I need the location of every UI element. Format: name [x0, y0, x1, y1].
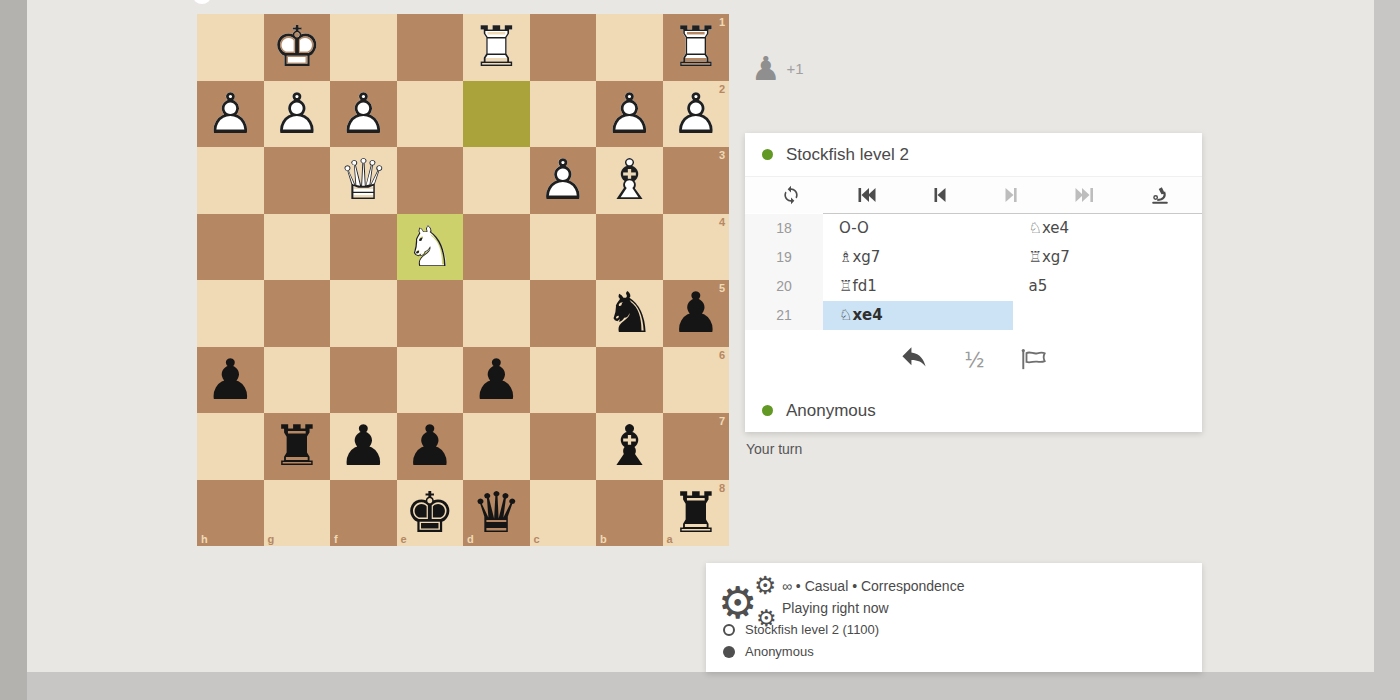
square-g2[interactable]: ♟♙	[264, 81, 331, 148]
move-row-21: 21♘xe4	[745, 301, 1202, 330]
page-margin-right	[1374, 0, 1400, 672]
turn-status: Your turn	[746, 441, 802, 457]
square-e3[interactable]	[397, 147, 464, 214]
material-advantage: ♟ +1	[751, 52, 804, 85]
page-margin-left	[0, 0, 27, 700]
white-color-icon	[723, 624, 735, 636]
piece-black-knight[interactable]: ♞	[596, 280, 663, 347]
square-e5[interactable]	[397, 280, 464, 347]
square-h1[interactable]	[197, 14, 264, 81]
piece-white-pawn[interactable]: ♟♙	[264, 81, 331, 148]
chess-game-page: ♚♔♜♖♜♖1♟♙♟♙♟♙♟♙♟♙2♛♕♟♙♝♗3♞♘4♞♟5♟♟6♜♟♟♝7h…	[0, 0, 1400, 700]
square-a5[interactable]: ♟5	[663, 280, 730, 347]
last-move-icon	[1074, 187, 1094, 203]
move-row-19: 19♗xg7♖xg7	[745, 243, 1202, 272]
opponent-row: Stockfish level 2	[745, 133, 1202, 176]
captured-pawn-icon: ♟	[751, 52, 781, 85]
square-f5[interactable]	[330, 280, 397, 347]
piece-black-rook[interactable]: ♜	[264, 413, 331, 480]
file-label-g: g	[268, 533, 275, 545]
move-number: 18	[745, 214, 823, 243]
square-d2[interactable]	[463, 81, 530, 148]
square-d7[interactable]	[463, 413, 530, 480]
rank-label-6: 6	[719, 349, 725, 361]
move-number: 19	[745, 243, 823, 272]
square-d4[interactable]	[463, 214, 530, 281]
rank-label-3: 3	[719, 149, 725, 161]
move-number: 20	[745, 272, 823, 301]
square-b3[interactable]: ♝♗	[596, 147, 663, 214]
resign-flag-icon	[1019, 347, 1049, 372]
file-label-c: c	[534, 533, 540, 545]
piece-black-pawn[interactable]: ♟	[330, 413, 397, 480]
microscope-icon	[1150, 185, 1170, 205]
next-move-button[interactable]	[1000, 185, 1022, 205]
square-a4[interactable]: 4	[663, 214, 730, 281]
square-h8[interactable]: h	[197, 480, 264, 547]
file-label-b: b	[600, 533, 607, 545]
square-d6[interactable]: ♟	[463, 347, 530, 414]
square-h4[interactable]	[197, 214, 264, 281]
previous-move-button[interactable]	[929, 185, 951, 205]
square-c4[interactable]	[530, 214, 597, 281]
game-info-card: ⚙ ⚙ ⚙ ∞ • Casual • Correspondence Playin…	[706, 563, 1202, 672]
piece-black-pawn[interactable]: ♟	[463, 347, 530, 414]
square-e2[interactable]	[397, 81, 464, 148]
square-a2[interactable]: ♟♙2	[663, 81, 730, 148]
piece-black-pawn[interactable]: ♟	[397, 413, 464, 480]
black-player-line: Anonymous	[723, 644, 814, 659]
square-b7[interactable]: ♝	[596, 413, 663, 480]
white-player-line: Stockfish level 2 (1100)	[723, 622, 879, 637]
replay-toolbar	[745, 176, 1202, 213]
square-h3[interactable]	[197, 147, 264, 214]
square-c8[interactable]: c	[530, 480, 597, 547]
square-f8[interactable]: f	[330, 480, 397, 547]
piece-white-king[interactable]: ♚♔	[264, 14, 331, 81]
square-c1[interactable]	[530, 14, 597, 81]
square-f1[interactable]	[330, 14, 397, 81]
piece-black-pawn[interactable]: ♟	[197, 347, 264, 414]
square-h2[interactable]: ♟♙	[197, 81, 264, 148]
move-number: 21	[745, 301, 823, 330]
first-move-button[interactable]	[853, 185, 881, 205]
square-b8[interactable]: b	[596, 480, 663, 547]
move-21-black[interactable]	[1013, 301, 1203, 330]
player-row: Anonymous	[745, 389, 1202, 432]
material-count: +1	[787, 60, 804, 77]
white-player-name: Stockfish level 2 (1100)	[745, 622, 879, 637]
takeback-arrow-icon	[898, 346, 930, 373]
square-g8[interactable]: g	[264, 480, 331, 547]
square-e4[interactable]: ♞♘	[397, 214, 464, 281]
square-e7[interactable]: ♟	[397, 413, 464, 480]
square-f7[interactable]: ♟	[330, 413, 397, 480]
square-e6[interactable]	[397, 347, 464, 414]
page-margin-bottom	[27, 672, 1400, 700]
last-move-button[interactable]	[1070, 185, 1098, 205]
square-g5[interactable]	[264, 280, 331, 347]
piece-white-pawn[interactable]: ♟♙	[197, 81, 264, 148]
piece-white-bishop[interactable]: ♝♗	[596, 147, 663, 214]
rank-label-2: 2	[719, 83, 725, 95]
cropped-header-element	[193, 0, 211, 4]
square-d3[interactable]	[463, 147, 530, 214]
move-list: 18O-O♘xe419♗xg7♖xg720♖fd1a521♘xe4	[745, 213, 1202, 330]
online-dot	[762, 149, 773, 160]
rank-label-1: 1	[719, 16, 725, 28]
move-18-white[interactable]: O-O	[823, 214, 1013, 243]
square-c7[interactable]	[530, 413, 597, 480]
square-d1[interactable]: ♜♖	[463, 14, 530, 81]
game-status-line: Playing right now	[782, 600, 889, 616]
square-c2[interactable]	[530, 81, 597, 148]
move-19-white[interactable]: ♗xg7	[823, 243, 1013, 272]
square-h7[interactable]	[197, 413, 264, 480]
piece-white-rook[interactable]: ♜♖	[463, 14, 530, 81]
piece-white-queen[interactable]: ♛♕	[330, 147, 397, 214]
square-g7[interactable]: ♜	[264, 413, 331, 480]
square-g3[interactable]	[264, 147, 331, 214]
file-label-h: h	[201, 533, 208, 545]
move-21-white[interactable]: ♘xe4	[823, 301, 1013, 330]
flip-board-icon	[781, 185, 801, 205]
first-move-icon	[857, 187, 877, 203]
previous-move-icon	[933, 187, 947, 203]
piece-white-knight[interactable]: ♞♘	[397, 214, 464, 281]
square-b2[interactable]: ♟♙	[596, 81, 663, 148]
move-row-18: 18O-O♘xe4	[745, 214, 1202, 243]
toolbar-divider	[823, 213, 1202, 214]
half-point-label: ½	[964, 348, 984, 372]
square-b5[interactable]: ♞	[596, 280, 663, 347]
offer-draw-button[interactable]: ½	[964, 348, 984, 372]
square-b6[interactable]	[596, 347, 663, 414]
square-c5[interactable]	[530, 280, 597, 347]
black-color-icon	[723, 646, 735, 658]
chess-board: ♚♔♜♖♜♖1♟♙♟♙♟♙♟♙♟♙2♛♕♟♙♝♗3♞♘4♞♟5♟♟6♜♟♟♝7h…	[197, 14, 729, 546]
game-actions: ½	[745, 330, 1202, 389]
square-a3[interactable]: 3	[663, 147, 730, 214]
square-g6[interactable]	[264, 347, 331, 414]
move-18-black[interactable]: ♘xe4	[1013, 214, 1203, 243]
move-20-black[interactable]: a5	[1013, 272, 1203, 301]
square-a7[interactable]: 7	[663, 413, 730, 480]
square-f4[interactable]	[330, 214, 397, 281]
flip-board-button[interactable]	[777, 183, 805, 207]
online-dot	[762, 405, 773, 416]
black-player-name: Anonymous	[745, 644, 814, 659]
analysis-board-button[interactable]	[1146, 183, 1174, 207]
square-e8[interactable]: ♚e	[397, 480, 464, 547]
next-move-icon	[1004, 187, 1018, 203]
file-label-d: d	[467, 533, 474, 545]
piece-white-pawn[interactable]: ♟♙	[596, 81, 663, 148]
square-a1[interactable]: ♜♖1	[663, 14, 730, 81]
rank-label-8: 8	[719, 482, 725, 494]
rank-label-5: 5	[719, 282, 725, 294]
square-d8[interactable]: ♛d	[463, 480, 530, 547]
piece-white-pawn[interactable]: ♟♙	[330, 81, 397, 148]
square-c3[interactable]: ♟♙	[530, 147, 597, 214]
move-row-20: 20♖fd1a5	[745, 272, 1202, 301]
game-type-line: ∞ • Casual • Correspondence	[782, 578, 964, 594]
square-e1[interactable]	[397, 14, 464, 81]
square-b4[interactable]	[596, 214, 663, 281]
resign-button[interactable]	[1019, 347, 1049, 372]
piece-black-bishop[interactable]: ♝	[596, 413, 663, 480]
square-a8[interactable]: ♜8a	[663, 480, 730, 547]
square-h5[interactable]	[197, 280, 264, 347]
square-c6[interactable]	[530, 347, 597, 414]
square-a6[interactable]: 6	[663, 347, 730, 414]
square-h6[interactable]: ♟	[197, 347, 264, 414]
player-name: Anonymous	[786, 401, 876, 421]
opponent-name: Stockfish level 2	[786, 145, 909, 165]
rank-label-7: 7	[719, 415, 725, 427]
piece-white-pawn[interactable]: ♟♙	[530, 147, 597, 214]
move-20-white[interactable]: ♖fd1	[823, 272, 1013, 301]
square-f3[interactable]: ♛♕	[330, 147, 397, 214]
file-label-f: f	[334, 533, 338, 545]
file-label-a: a	[667, 533, 673, 545]
square-b1[interactable]	[596, 14, 663, 81]
square-g1[interactable]: ♚♔	[264, 14, 331, 81]
square-d5[interactable]	[463, 280, 530, 347]
square-g4[interactable]	[264, 214, 331, 281]
square-f2[interactable]: ♟♙	[330, 81, 397, 148]
rank-label-4: 4	[719, 216, 725, 228]
game-side-panel: Stockfish level 2	[745, 133, 1202, 432]
file-label-e: e	[401, 533, 407, 545]
move-19-black[interactable]: ♖xg7	[1013, 243, 1203, 272]
square-f6[interactable]	[330, 347, 397, 414]
takeback-button[interactable]	[898, 346, 930, 373]
